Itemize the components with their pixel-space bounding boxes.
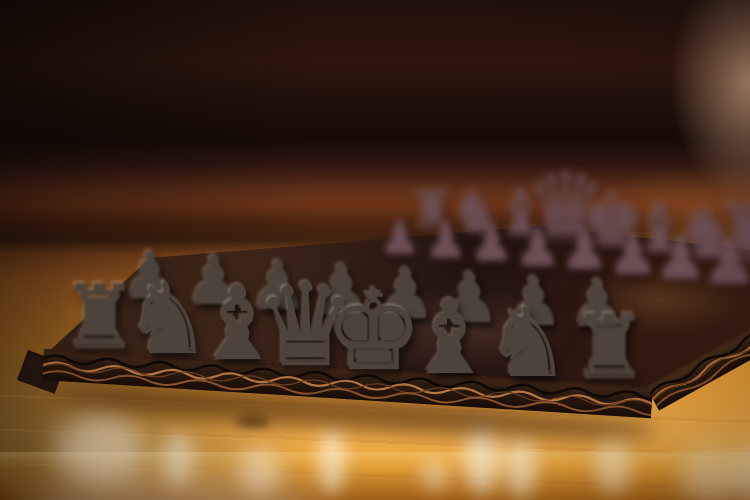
pieces-layer: ♜♞♝♛♚♝♞♜♟♟♟♟♟♟♟♟♟♟♟♟♟♟♟♟♜♞♝♛♚♝♞♜ [0,0,750,500]
piece-g7[interactable]: ♟ [655,232,708,285]
photo-scene: ♜♞♝♛♚♝♞♜♟♟♟♟♟♟♟♟♟♟♟♟♟♟♟♟♜♞♝♛♚♝♞♜ [0,0,750,500]
piece-a7[interactable]: ♟ [379,218,420,259]
piece-f1[interactable]: ♝ [404,292,495,384]
piece-h1[interactable]: ♜ [571,308,650,387]
piece-g1[interactable]: ♞ [485,300,571,386]
piece-h7[interactable]: ♟ [702,235,750,291]
